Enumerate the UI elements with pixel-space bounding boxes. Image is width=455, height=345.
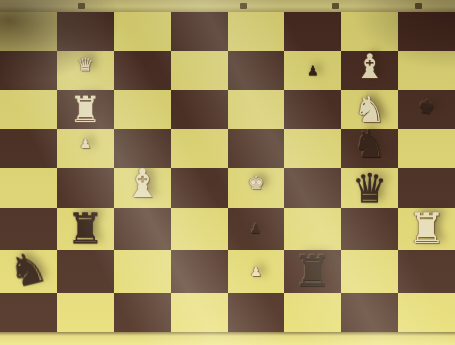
square-f7[interactable]: ♟ [284,51,341,90]
square-d3[interactable] [171,208,228,250]
square-c1[interactable] [114,293,171,332]
square-f1[interactable] [284,293,341,332]
piece-white-pawn-b5[interactable]: ♟ [79,137,91,150]
square-f8[interactable] [284,12,341,51]
square-e6[interactable] [228,90,285,129]
hinge-mark-icon [415,3,422,9]
square-g5[interactable]: ♞ [341,129,398,168]
square-e7[interactable] [228,51,285,90]
square-e5[interactable] [228,129,285,168]
square-b2[interactable] [57,250,114,293]
square-h5[interactable] [398,129,455,168]
square-a2[interactable]: ♞ [0,250,57,293]
square-e8[interactable] [228,12,285,51]
square-d1[interactable] [171,293,228,332]
chess-board-photo: ♛♟♝♜♞♚♟♞♝♚♛♜♟♜♞♟♜ [0,0,455,345]
square-a4[interactable] [0,168,57,208]
square-g1[interactable] [341,293,398,332]
piece-white-king-e4[interactable]: ♚ [248,174,265,192]
square-g3[interactable] [341,208,398,250]
square-c2[interactable] [114,250,171,293]
piece-white-bishop-g7[interactable]: ♝ [354,49,384,83]
square-h4[interactable] [398,168,455,208]
chess-board[interactable]: ♛♟♝♜♞♚♟♞♝♚♛♜♟♜♞♟♜ [0,12,455,332]
square-b4[interactable] [57,168,114,208]
square-g2[interactable] [341,250,398,293]
square-h3[interactable]: ♜ [398,208,455,250]
piece-white-pawn-e2[interactable]: ♟ [250,265,262,278]
square-c4[interactable]: ♝ [114,168,171,208]
square-a6[interactable] [0,90,57,129]
square-h8[interactable] [398,12,455,51]
square-g7[interactable]: ♝ [341,51,398,90]
square-f3[interactable] [284,208,341,250]
square-f2[interactable]: ♜ [284,250,341,293]
square-h7[interactable] [398,51,455,90]
piece-white-rook-b6[interactable]: ♜ [69,92,101,128]
hinge-mark-icon [78,3,85,9]
square-f4[interactable] [284,168,341,208]
square-c6[interactable] [114,90,171,129]
piece-white-rook-h3[interactable]: ♜ [408,208,446,250]
hinge-mark-icon [332,3,339,9]
square-b1[interactable] [57,293,114,332]
square-f6[interactable] [284,90,341,129]
square-g4[interactable]: ♛ [341,168,398,208]
square-h2[interactable] [398,250,455,293]
square-d5[interactable] [171,129,228,168]
square-b5[interactable]: ♟ [57,129,114,168]
square-c3[interactable] [114,208,171,250]
piece-black-rook-f2[interactable]: ♜ [294,250,333,293]
square-c7[interactable] [114,51,171,90]
square-f5[interactable] [284,129,341,168]
square-b7[interactable]: ♛ [57,51,114,90]
piece-black-knight-a2[interactable]: ♞ [4,244,52,295]
square-d8[interactable] [171,12,228,51]
square-c8[interactable] [114,12,171,51]
square-a1[interactable] [0,293,57,332]
square-a5[interactable] [0,129,57,168]
square-d4[interactable] [171,168,228,208]
square-h1[interactable] [398,293,455,332]
piece-black-pawn-f7[interactable]: ♟ [307,64,319,77]
square-e2[interactable]: ♟ [228,250,285,293]
square-d7[interactable] [171,51,228,90]
square-e3[interactable]: ♟ [228,208,285,250]
piece-black-queen-g4[interactable]: ♛ [352,168,388,208]
square-b6[interactable]: ♜ [57,90,114,129]
piece-black-king-h6[interactable]: ♚ [417,97,436,118]
piece-white-bishop-c4[interactable]: ♝ [124,163,160,203]
piece-black-knight-g5[interactable]: ♞ [353,125,387,163]
square-d2[interactable] [171,250,228,293]
square-a7[interactable] [0,51,57,90]
piece-black-pawn-e3[interactable]: ♟ [250,222,262,235]
piece-black-rook-b3[interactable]: ♜ [66,208,104,250]
piece-white-queen-b7[interactable]: ♛ [77,56,94,74]
square-e4[interactable]: ♚ [228,168,285,208]
hinge-mark-icon [240,3,247,9]
square-e1[interactable] [228,293,285,332]
square-d6[interactable] [171,90,228,129]
board-bottom-border [0,332,455,345]
square-b8[interactable] [57,12,114,51]
square-b3[interactable]: ♜ [57,208,114,250]
square-a8[interactable] [0,12,57,51]
square-h6[interactable]: ♚ [398,90,455,129]
